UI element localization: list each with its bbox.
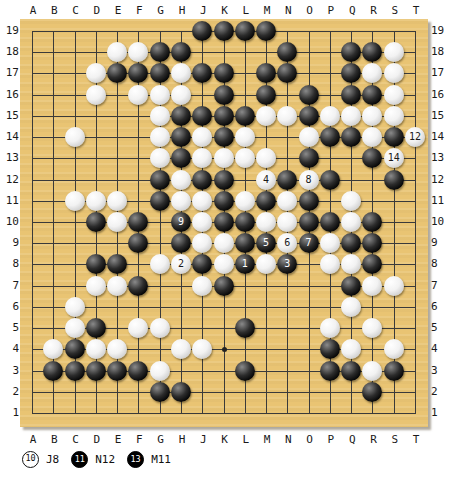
column-label-top: P: [321, 4, 341, 17]
row-label-right: 12: [431, 173, 449, 186]
column-label-bottom: A: [23, 433, 43, 446]
column-label-top: J: [193, 4, 213, 17]
row-label-left: 1: [1, 406, 19, 419]
column-label-bottom: J: [193, 433, 213, 446]
black-stone: [341, 361, 361, 381]
white-stone: [65, 191, 85, 211]
black-stone: [214, 170, 234, 190]
white-stone: [299, 127, 319, 147]
white-stone: [128, 85, 148, 105]
numbered-stone: 9: [171, 212, 191, 232]
black-stone: [150, 63, 170, 83]
numbered-stone: 4: [256, 170, 276, 190]
row-label-right: 9: [431, 236, 449, 249]
numbered-stone: 14: [384, 148, 404, 168]
black-stone: [341, 85, 361, 105]
black-stone: [299, 212, 319, 232]
numbered-stone: 8: [299, 170, 319, 190]
row-label-right: 6: [431, 300, 449, 313]
row-label-left: 10: [1, 215, 19, 228]
black-stone: [171, 127, 191, 147]
column-label-bottom: G: [151, 433, 171, 446]
white-stone: [214, 148, 234, 168]
white-stone: [256, 106, 276, 126]
column-label-top: N: [278, 4, 298, 17]
column-label-bottom: P: [321, 433, 341, 446]
white-stone: [341, 191, 361, 211]
row-label-right: 19: [431, 24, 449, 37]
caption-move-stone-11: 11: [71, 451, 88, 468]
white-stone: [362, 276, 382, 296]
black-stone: [320, 127, 340, 147]
column-label-bottom: S: [385, 433, 405, 446]
white-stone: [214, 254, 234, 274]
black-stone: [277, 170, 297, 190]
grid-line-h: [32, 413, 416, 414]
black-stone: [214, 212, 234, 232]
numbered-stone: 7: [299, 233, 319, 253]
black-stone: [320, 361, 340, 381]
white-stone: [320, 318, 340, 338]
black-stone: [214, 63, 234, 83]
black-stone: [65, 339, 85, 359]
row-label-right: 7: [431, 279, 449, 292]
column-label-top: Q: [342, 4, 362, 17]
row-label-right: 5: [431, 321, 449, 334]
black-stone: [235, 318, 255, 338]
white-stone: [384, 85, 404, 105]
row-label-right: 16: [431, 88, 449, 101]
black-stone: [320, 170, 340, 190]
row-label-left: 4: [1, 342, 19, 355]
black-stone: [299, 148, 319, 168]
column-label-top: G: [151, 4, 171, 17]
black-stone: [86, 212, 106, 232]
row-label-right: 17: [431, 66, 449, 79]
black-stone: [214, 276, 234, 296]
black-stone: [150, 382, 170, 402]
black-stone: [299, 85, 319, 105]
row-label-left: 8: [1, 257, 19, 270]
white-stone: [235, 191, 255, 211]
black-stone: [384, 170, 404, 190]
row-label-left: 7: [1, 279, 19, 292]
go-board-diagram: AABBCCDDEEFFGGHHJJKKLLMMNNOOPPQQRRSSTT19…: [0, 0, 450, 479]
black-stone: [150, 170, 170, 190]
caption-moves: 10J811N1213M11: [22, 449, 178, 469]
white-stone: [320, 106, 340, 126]
row-label-left: 15: [1, 109, 19, 122]
column-label-bottom: C: [66, 433, 86, 446]
black-stone: [192, 106, 212, 126]
white-stone: [65, 297, 85, 317]
row-label-left: 12: [1, 173, 19, 186]
row-label-right: 2: [431, 385, 449, 398]
white-stone: [171, 170, 191, 190]
column-label-bottom: H: [172, 433, 192, 446]
black-stone: [43, 361, 63, 381]
black-stone: [235, 361, 255, 381]
row-label-left: 11: [1, 194, 19, 207]
row-label-left: 14: [1, 130, 19, 143]
white-stone: [235, 148, 255, 168]
row-label-right: 18: [431, 45, 449, 58]
row-label-left: 18: [1, 45, 19, 58]
white-stone: [320, 233, 340, 253]
row-label-left: 3: [1, 364, 19, 377]
black-stone: [86, 361, 106, 381]
row-label-right: 1: [431, 406, 449, 419]
column-label-top: F: [129, 4, 149, 17]
black-stone: [214, 21, 234, 41]
black-stone: [235, 21, 255, 41]
column-label-top: M: [257, 4, 277, 17]
caption-move-stone-13: 13: [127, 451, 144, 468]
row-label-left: 9: [1, 236, 19, 249]
column-label-top: C: [66, 4, 86, 17]
column-label-top: E: [108, 4, 128, 17]
row-label-right: 13: [431, 151, 449, 164]
white-stone: [86, 276, 106, 296]
caption-move-stone-10: 10: [22, 451, 39, 468]
black-stone: [256, 85, 276, 105]
black-stone: [299, 191, 319, 211]
column-label-bottom: O: [300, 433, 320, 446]
black-stone: [65, 361, 85, 381]
white-stone: [86, 191, 106, 211]
black-stone: [214, 106, 234, 126]
column-label-bottom: E: [108, 433, 128, 446]
white-stone: [171, 191, 191, 211]
black-stone: [150, 42, 170, 62]
white-stone: [150, 148, 170, 168]
row-label-left: 13: [1, 151, 19, 164]
black-stone: [235, 212, 255, 232]
white-stone: [107, 191, 127, 211]
row-label-right: 3: [431, 364, 449, 377]
column-label-top: H: [172, 4, 192, 17]
white-stone: [277, 191, 297, 211]
row-label-right: 8: [431, 257, 449, 270]
column-label-bottom: N: [278, 433, 298, 446]
caption-move-point-13: M11: [151, 453, 171, 466]
column-label-top: B: [44, 4, 64, 17]
white-stone: [86, 339, 106, 359]
black-stone: [384, 127, 404, 147]
white-stone: [214, 233, 234, 253]
black-stone: [384, 361, 404, 381]
black-stone: [214, 191, 234, 211]
black-stone: [128, 361, 148, 381]
column-label-top: K: [215, 4, 235, 17]
column-label-bottom: K: [215, 433, 235, 446]
column-label-top: L: [236, 4, 256, 17]
white-stone: [107, 212, 127, 232]
black-stone: [150, 191, 170, 211]
column-label-top: T: [406, 4, 426, 17]
column-label-bottom: F: [129, 433, 149, 446]
black-stone: [171, 382, 191, 402]
black-stone: [235, 106, 255, 126]
column-label-top: S: [385, 4, 405, 17]
row-label-right: 4: [431, 342, 449, 355]
black-stone: [235, 233, 255, 253]
white-stone: [384, 106, 404, 126]
white-stone: [171, 85, 191, 105]
white-stone: [235, 127, 255, 147]
row-label-left: 17: [1, 66, 19, 79]
white-stone: [65, 318, 85, 338]
black-stone: [341, 276, 361, 296]
grid-line-h: [32, 392, 416, 393]
row-label-left: 6: [1, 300, 19, 313]
row-label-left: 19: [1, 24, 19, 37]
caption-move-point-10: J8: [46, 453, 59, 466]
white-stone: [384, 42, 404, 62]
white-stone: [341, 106, 361, 126]
white-stone: [384, 339, 404, 359]
white-stone: [150, 106, 170, 126]
white-stone: [150, 127, 170, 147]
row-label-left: 5: [1, 321, 19, 334]
black-stone: [256, 191, 276, 211]
column-label-bottom: L: [236, 433, 256, 446]
black-stone: [214, 85, 234, 105]
black-stone: [107, 361, 127, 381]
white-stone: [150, 318, 170, 338]
white-stone: [192, 191, 212, 211]
row-label-right: 15: [431, 109, 449, 122]
white-stone: [256, 212, 276, 232]
column-label-bottom: T: [406, 433, 426, 446]
column-label-bottom: B: [44, 433, 64, 446]
white-stone: [150, 361, 170, 381]
black-stone: [256, 21, 276, 41]
white-stone: [192, 276, 212, 296]
column-label-top: D: [87, 4, 107, 17]
column-label-top: O: [300, 4, 320, 17]
column-label-bottom: M: [257, 433, 277, 446]
white-stone: [86, 85, 106, 105]
caption-move-point-11: N12: [95, 453, 115, 466]
hoshi-point: [222, 347, 227, 352]
white-stone: [65, 127, 85, 147]
column-label-top: R: [363, 4, 383, 17]
black-stone: [214, 127, 234, 147]
white-stone: [150, 85, 170, 105]
white-stone: [362, 361, 382, 381]
column-label-bottom: Q: [342, 433, 362, 446]
white-stone: [384, 276, 404, 296]
row-label-left: 16: [1, 88, 19, 101]
black-stone: [320, 212, 340, 232]
black-stone: [128, 276, 148, 296]
white-stone: [150, 254, 170, 274]
row-label-right: 11: [431, 194, 449, 207]
row-label-right: 10: [431, 215, 449, 228]
black-stone: [299, 106, 319, 126]
column-label-top: A: [23, 4, 43, 17]
black-stone: [192, 170, 212, 190]
column-label-bottom: R: [363, 433, 383, 446]
white-stone: [107, 276, 127, 296]
black-stone: [171, 106, 191, 126]
row-label-right: 14: [431, 130, 449, 143]
white-stone: [341, 297, 361, 317]
row-label-left: 2: [1, 385, 19, 398]
grid-line-v: [415, 31, 416, 414]
black-stone: [86, 318, 106, 338]
column-label-bottom: D: [87, 433, 107, 446]
numbered-stone: 12: [405, 127, 425, 147]
